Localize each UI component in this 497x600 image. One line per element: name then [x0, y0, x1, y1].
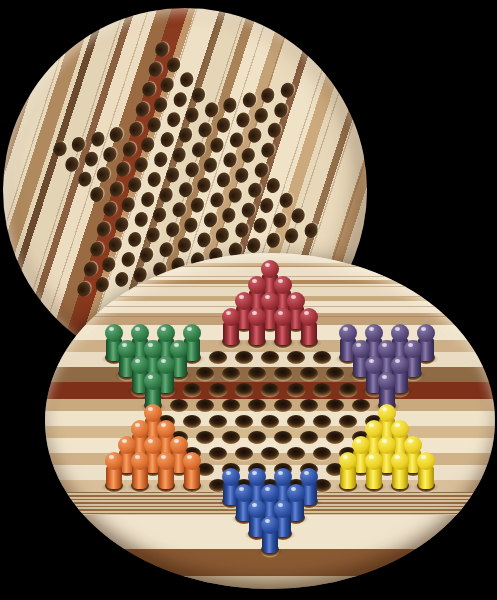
- hole: [126, 176, 143, 194]
- hole[interactable]: [313, 383, 331, 396]
- peg-head: [222, 308, 240, 326]
- foreground-board-star-grid: [45, 253, 495, 589]
- hole[interactable]: [183, 415, 201, 428]
- peg-highlight: [135, 455, 140, 459]
- peg-highlight: [304, 311, 309, 315]
- peg-highlight: [187, 327, 192, 331]
- hole: [138, 246, 155, 264]
- hole: [145, 171, 162, 189]
- hole[interactable]: [235, 383, 253, 396]
- peg-highlight: [239, 295, 244, 299]
- hole: [157, 241, 174, 259]
- hole[interactable]: [222, 399, 240, 412]
- hole[interactable]: [196, 399, 214, 412]
- hole: [271, 211, 288, 229]
- peg-head: [274, 308, 292, 326]
- hole: [107, 235, 124, 253]
- hole: [233, 166, 250, 184]
- hole: [139, 191, 156, 209]
- peg-highlight: [265, 263, 270, 267]
- hole[interactable]: [209, 447, 227, 460]
- hole[interactable]: [235, 351, 253, 364]
- hole: [158, 186, 175, 204]
- hole[interactable]: [313, 415, 331, 428]
- hole: [190, 86, 207, 104]
- peg-head: [339, 452, 357, 470]
- peg-highlight: [395, 327, 400, 331]
- peg-highlight: [252, 503, 257, 507]
- peg-highlight: [148, 407, 153, 411]
- peg-yellow[interactable]: [338, 452, 358, 489]
- peg-highlight: [161, 327, 166, 331]
- peg-yellow[interactable]: [364, 452, 384, 489]
- hole: [170, 201, 187, 219]
- peg-highlight: [187, 455, 192, 459]
- hole[interactable]: [248, 431, 266, 444]
- hole: [245, 236, 262, 254]
- hole: [113, 271, 130, 289]
- peg-highlight: [278, 279, 283, 283]
- peg-orange[interactable]: [104, 452, 124, 489]
- hole[interactable]: [222, 367, 240, 380]
- hole: [94, 275, 111, 293]
- peg-highlight: [356, 439, 361, 443]
- hole: [88, 240, 105, 258]
- hole: [89, 130, 106, 148]
- hole: [94, 220, 111, 238]
- hole: [176, 236, 193, 254]
- peg-highlight: [148, 343, 153, 347]
- peg-highlight: [135, 359, 140, 363]
- hole[interactable]: [352, 399, 370, 412]
- hole: [140, 81, 157, 99]
- hole: [182, 216, 199, 234]
- hole: [76, 170, 93, 188]
- hole[interactable]: [287, 383, 305, 396]
- hole: [165, 56, 182, 74]
- peg-head: [131, 452, 149, 470]
- hole[interactable]: [222, 431, 240, 444]
- hole: [183, 161, 200, 179]
- hole: [70, 135, 87, 153]
- hole: [290, 207, 307, 225]
- hole[interactable]: [339, 383, 357, 396]
- hole: [127, 121, 144, 139]
- hole: [171, 91, 188, 109]
- peg-highlight: [421, 327, 426, 331]
- hole: [107, 180, 124, 198]
- hole: [214, 171, 231, 189]
- peg-highlight: [278, 471, 283, 475]
- peg-red[interactable]: [221, 308, 241, 345]
- hole: [164, 166, 181, 184]
- hole: [165, 111, 182, 129]
- peg-highlight: [382, 407, 387, 411]
- hole: [259, 141, 276, 159]
- hole: [240, 146, 257, 164]
- hole: [234, 111, 251, 129]
- peg-highlight: [343, 327, 348, 331]
- hole: [227, 186, 244, 204]
- peg-highlight: [109, 327, 114, 331]
- hole: [151, 206, 168, 224]
- peg-head: [365, 452, 383, 470]
- peg-orange[interactable]: [156, 452, 176, 489]
- hole[interactable]: [287, 415, 305, 428]
- hole[interactable]: [235, 447, 253, 460]
- hole: [259, 86, 276, 104]
- hole[interactable]: [274, 399, 292, 412]
- hole[interactable]: [313, 351, 331, 364]
- peg-highlight: [421, 455, 426, 459]
- hole[interactable]: [287, 447, 305, 460]
- hole: [239, 201, 256, 219]
- hole: [119, 251, 136, 269]
- peg-yellow[interactable]: [416, 452, 436, 489]
- hole[interactable]: [287, 351, 305, 364]
- hole: [152, 96, 169, 114]
- hole: [264, 231, 281, 249]
- peg-head: [391, 452, 409, 470]
- foreground-board: [45, 253, 495, 589]
- hole: [177, 181, 194, 199]
- hole: [258, 196, 275, 214]
- hole: [246, 181, 263, 199]
- peg-highlight: [382, 343, 387, 347]
- peg-highlight: [239, 487, 244, 491]
- hole[interactable]: [235, 415, 253, 428]
- hole: [146, 61, 163, 79]
- peg-head: [300, 308, 318, 326]
- hole: [100, 255, 117, 273]
- hole[interactable]: [209, 383, 227, 396]
- peg-highlight: [226, 471, 231, 475]
- hole: [177, 126, 194, 144]
- hole: [153, 41, 170, 59]
- peg-head: [144, 372, 162, 390]
- peg-red[interactable]: [299, 308, 319, 345]
- hole[interactable]: [248, 367, 266, 380]
- peg-head: [248, 308, 266, 326]
- peg-highlight: [122, 439, 127, 443]
- hole: [132, 211, 149, 229]
- peg-highlight: [135, 327, 140, 331]
- hole: [159, 76, 176, 94]
- peg-red[interactable]: [273, 308, 293, 345]
- hole: [240, 91, 257, 109]
- peg-highlight: [252, 471, 257, 475]
- hole: [265, 176, 282, 194]
- hole: [252, 161, 269, 179]
- hole: [196, 121, 213, 139]
- hole: [113, 215, 130, 233]
- hole: [95, 165, 112, 183]
- hole[interactable]: [170, 399, 188, 412]
- hole: [278, 81, 295, 99]
- hole: [146, 116, 163, 134]
- peg-highlight: [356, 343, 361, 347]
- peg-highlight: [291, 487, 296, 491]
- peg-highlight: [252, 311, 257, 315]
- hole: [302, 222, 319, 240]
- hole: [215, 116, 232, 134]
- peg-orange[interactable]: [182, 452, 202, 489]
- peg-highlight: [304, 471, 309, 475]
- hole: [195, 231, 212, 249]
- hole: [101, 200, 118, 218]
- hole[interactable]: [326, 367, 344, 380]
- hole: [75, 280, 92, 298]
- peg-highlight: [369, 327, 374, 331]
- hole: [139, 136, 156, 154]
- hole: [189, 141, 206, 159]
- hole: [184, 106, 201, 124]
- peg-highlight: [343, 455, 348, 459]
- peg-head: [378, 372, 396, 390]
- hole: [126, 231, 143, 249]
- peg-highlight: [395, 359, 400, 363]
- peg-highlight: [148, 439, 153, 443]
- hole: [252, 216, 269, 234]
- peg-blue[interactable]: [260, 516, 280, 553]
- peg-highlight: [369, 423, 374, 427]
- peg-highlight: [265, 487, 270, 491]
- hole: [253, 106, 270, 124]
- hole: [120, 196, 137, 214]
- hole: [272, 101, 289, 119]
- hole: [265, 121, 282, 139]
- peg-highlight: [382, 439, 387, 443]
- peg-highlight: [148, 375, 153, 379]
- scene: [0, 0, 497, 600]
- hole[interactable]: [326, 399, 344, 412]
- peg-red[interactable]: [247, 308, 267, 345]
- hole[interactable]: [196, 431, 214, 444]
- peg-highlight: [395, 455, 400, 459]
- hole: [108, 125, 125, 143]
- peg-highlight: [369, 455, 374, 459]
- hole: [145, 226, 162, 244]
- hole[interactable]: [261, 351, 279, 364]
- peg-highlight: [226, 311, 231, 315]
- peg-highlight: [278, 503, 283, 507]
- peg-highlight: [252, 279, 257, 283]
- hole[interactable]: [274, 431, 292, 444]
- hole[interactable]: [313, 447, 331, 460]
- hole: [227, 131, 244, 149]
- hole: [283, 227, 300, 245]
- hole: [164, 221, 181, 239]
- hole[interactable]: [326, 431, 344, 444]
- hole[interactable]: [300, 367, 318, 380]
- hole: [220, 206, 237, 224]
- peg-highlight: [135, 423, 140, 427]
- hole: [51, 140, 68, 158]
- hole: [82, 150, 99, 168]
- peg-highlight: [161, 455, 166, 459]
- peg-highlight: [369, 359, 374, 363]
- hole[interactable]: [261, 383, 279, 396]
- hole: [114, 160, 131, 178]
- hole: [202, 156, 219, 174]
- hole: [189, 196, 206, 214]
- peg-highlight: [109, 455, 114, 459]
- peg-orange[interactable]: [130, 452, 150, 489]
- hole[interactable]: [339, 415, 357, 428]
- hole: [221, 96, 238, 114]
- hole: [63, 155, 80, 173]
- peg-head: [157, 452, 175, 470]
- hole: [101, 145, 118, 163]
- peg-highlight: [408, 439, 413, 443]
- hole: [88, 185, 105, 203]
- hole: [178, 71, 195, 89]
- hole: [208, 191, 225, 209]
- hole[interactable]: [248, 399, 266, 412]
- hole[interactable]: [261, 415, 279, 428]
- peg-highlight: [174, 343, 179, 347]
- peg-highlight: [395, 423, 400, 427]
- hole: [277, 191, 294, 209]
- peg-yellow[interactable]: [390, 452, 410, 489]
- hole[interactable]: [300, 399, 318, 412]
- hole: [221, 151, 238, 169]
- peg-highlight: [408, 343, 413, 347]
- peg-head: [261, 516, 279, 534]
- peg-highlight: [265, 295, 270, 299]
- hole[interactable]: [209, 351, 227, 364]
- peg-head: [183, 452, 201, 470]
- hole: [133, 156, 150, 174]
- peg-highlight: [278, 311, 283, 315]
- hole[interactable]: [261, 447, 279, 460]
- peg-highlight: [161, 359, 166, 363]
- hole: [201, 211, 218, 229]
- peg-head: [417, 452, 435, 470]
- hole[interactable]: [196, 367, 214, 380]
- hole[interactable]: [300, 431, 318, 444]
- hole: [214, 226, 231, 244]
- hole: [246, 126, 263, 144]
- hole[interactable]: [209, 415, 227, 428]
- peg-highlight: [265, 519, 270, 523]
- hole: [120, 140, 137, 158]
- peg-highlight: [161, 423, 166, 427]
- hole: [81, 260, 98, 278]
- peg-highlight: [122, 343, 127, 347]
- hole[interactable]: [274, 367, 292, 380]
- hole: [202, 101, 219, 119]
- hole: [158, 131, 175, 149]
- hole: [208, 136, 225, 154]
- hole[interactable]: [183, 383, 201, 396]
- hole: [133, 101, 150, 119]
- hole: [152, 151, 169, 169]
- peg-highlight: [174, 439, 179, 443]
- hole: [233, 221, 250, 239]
- hole: [195, 176, 212, 194]
- peg-head: [105, 452, 123, 470]
- hole: [171, 146, 188, 164]
- peg-highlight: [291, 295, 296, 299]
- peg-highlight: [382, 375, 387, 379]
